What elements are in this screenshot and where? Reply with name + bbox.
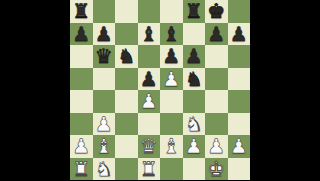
square-h5[interactable] — [228, 68, 251, 91]
piece-white-pawn[interactable]: ♟ — [95, 113, 113, 133]
piece-black-rook[interactable]: ♜ — [185, 1, 203, 21]
piece-black-pawn[interactable]: ♟ — [207, 23, 225, 43]
square-e5[interactable]: ♟ — [160, 68, 183, 91]
square-e4[interactable] — [160, 90, 183, 113]
piece-black-knight[interactable]: ♞ — [117, 46, 135, 66]
square-a5[interactable] — [70, 68, 93, 91]
square-g8[interactable]: ♚ — [205, 0, 228, 23]
piece-black-pawn[interactable]: ♟ — [140, 68, 158, 88]
square-b1[interactable]: ♞ — [93, 158, 116, 181]
square-e7[interactable]: ♝ — [160, 23, 183, 46]
piece-white-pawn[interactable]: ♟ — [72, 136, 90, 156]
piece-white-pawn[interactable]: ♟ — [185, 136, 203, 156]
square-c1[interactable] — [115, 158, 138, 181]
square-g5[interactable] — [205, 68, 228, 91]
square-c4[interactable] — [115, 90, 138, 113]
piece-black-pawn[interactable]: ♟ — [95, 23, 113, 43]
piece-black-king[interactable]: ♚ — [207, 1, 225, 21]
square-c2[interactable] — [115, 135, 138, 158]
piece-black-bishop[interactable]: ♝ — [140, 23, 158, 43]
square-h6[interactable] — [228, 45, 251, 68]
square-c8[interactable] — [115, 0, 138, 23]
square-d7[interactable]: ♝ — [138, 23, 161, 46]
square-c6[interactable]: ♞ — [115, 45, 138, 68]
square-a8[interactable]: ♜ — [70, 0, 93, 23]
square-a7[interactable]: ♟ — [70, 23, 93, 46]
piece-black-pawn[interactable]: ♟ — [185, 46, 203, 66]
piece-white-pawn[interactable]: ♟ — [140, 91, 158, 111]
piece-white-queen[interactable]: ♛ — [140, 136, 158, 156]
square-f8[interactable]: ♜ — [183, 0, 206, 23]
square-f5[interactable]: ♞ — [183, 68, 206, 91]
square-a4[interactable] — [70, 90, 93, 113]
square-f2[interactable]: ♟ — [183, 135, 206, 158]
square-c5[interactable] — [115, 68, 138, 91]
piece-white-rook[interactable]: ♜ — [72, 158, 90, 178]
square-d5[interactable]: ♟ — [138, 68, 161, 91]
square-h8[interactable] — [228, 0, 251, 23]
square-d3[interactable] — [138, 113, 161, 136]
piece-black-pawn[interactable]: ♟ — [72, 23, 90, 43]
square-a3[interactable] — [70, 113, 93, 136]
square-h2[interactable]: ♟ — [228, 135, 251, 158]
square-d1[interactable]: ♜ — [138, 158, 161, 181]
square-e2[interactable]: ♝ — [160, 135, 183, 158]
square-g6[interactable] — [205, 45, 228, 68]
square-b8[interactable] — [93, 0, 116, 23]
chess-board[interactable]: ♜♜♚♟♟♝♝♟♟♛♞♟♟♟♟♞♟♟♞♟♝♛♝♟♟♟♜♞♜♚ — [70, 0, 250, 180]
square-h3[interactable] — [228, 113, 251, 136]
square-d4[interactable]: ♟ — [138, 90, 161, 113]
square-b5[interactable] — [93, 68, 116, 91]
square-b2[interactable]: ♝ — [93, 135, 116, 158]
square-e6[interactable]: ♟ — [160, 45, 183, 68]
square-a6[interactable] — [70, 45, 93, 68]
square-g7[interactable]: ♟ — [205, 23, 228, 46]
piece-white-pawn[interactable]: ♟ — [162, 68, 180, 88]
piece-black-pawn[interactable]: ♟ — [230, 23, 248, 43]
square-b4[interactable] — [93, 90, 116, 113]
piece-black-rook[interactable]: ♜ — [72, 1, 90, 21]
square-a1[interactable]: ♜ — [70, 158, 93, 181]
piece-white-bishop[interactable]: ♝ — [162, 136, 180, 156]
piece-white-knight[interactable]: ♞ — [95, 158, 113, 178]
square-h1[interactable] — [228, 158, 251, 181]
square-f7[interactable] — [183, 23, 206, 46]
piece-white-pawn[interactable]: ♟ — [230, 136, 248, 156]
square-f6[interactable]: ♟ — [183, 45, 206, 68]
square-g3[interactable] — [205, 113, 228, 136]
square-d2[interactable]: ♛ — [138, 135, 161, 158]
screenshot-background: ♜♜♚♟♟♝♝♟♟♛♞♟♟♟♟♞♟♟♞♟♝♛♝♟♟♟♜♞♜♚ — [0, 0, 320, 180]
piece-white-bishop[interactable]: ♝ — [95, 136, 113, 156]
piece-white-knight[interactable]: ♞ — [185, 113, 203, 133]
square-b6[interactable]: ♛ — [93, 45, 116, 68]
square-f1[interactable] — [183, 158, 206, 181]
square-b3[interactable]: ♟ — [93, 113, 116, 136]
piece-black-pawn[interactable]: ♟ — [162, 46, 180, 66]
square-e8[interactable] — [160, 0, 183, 23]
square-c7[interactable] — [115, 23, 138, 46]
piece-white-rook[interactable]: ♜ — [140, 158, 158, 178]
piece-white-king[interactable]: ♚ — [207, 158, 225, 178]
square-h7[interactable]: ♟ — [228, 23, 251, 46]
square-d8[interactable] — [138, 0, 161, 23]
piece-black-queen[interactable]: ♛ — [95, 46, 113, 66]
piece-black-bishop[interactable]: ♝ — [162, 23, 180, 43]
square-d6[interactable] — [138, 45, 161, 68]
piece-white-pawn[interactable]: ♟ — [207, 136, 225, 156]
piece-black-knight[interactable]: ♞ — [185, 68, 203, 88]
square-g4[interactable] — [205, 90, 228, 113]
square-f4[interactable] — [183, 90, 206, 113]
square-f3[interactable]: ♞ — [183, 113, 206, 136]
square-e3[interactable] — [160, 113, 183, 136]
square-e1[interactable] — [160, 158, 183, 181]
square-b7[interactable]: ♟ — [93, 23, 116, 46]
square-c3[interactable] — [115, 113, 138, 136]
square-g2[interactable]: ♟ — [205, 135, 228, 158]
square-a2[interactable]: ♟ — [70, 135, 93, 158]
square-h4[interactable] — [228, 90, 251, 113]
square-g1[interactable]: ♚ — [205, 158, 228, 181]
